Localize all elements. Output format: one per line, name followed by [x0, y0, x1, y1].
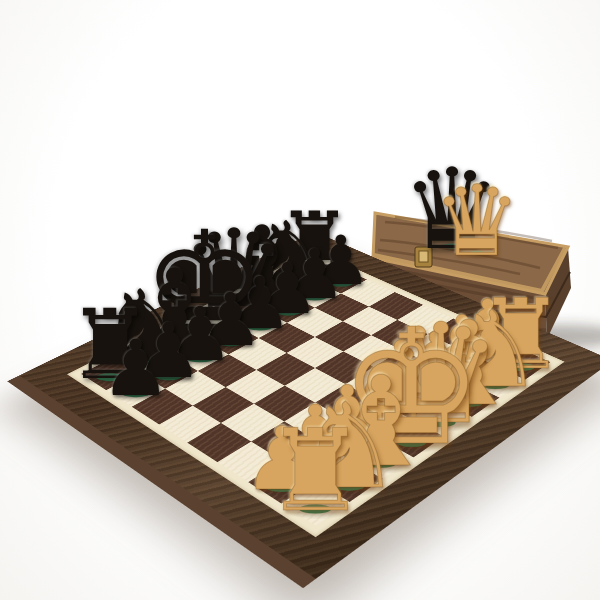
- black-pawn-piece[interactable]: ♟: [101, 330, 171, 408]
- white-rook-piece[interactable]: ♜: [265, 415, 367, 529]
- spare-white-queen-piece[interactable]: ♛: [433, 172, 521, 270]
- chess-set-photo: ♛♛♜♟♞♟♝♟♛♟♚♟♝♟♟♞♜♟♟♜♞♟♟♝♟♛♟♚♟♝♟♞♟♜: [0, 0, 600, 600]
- pieces-layer: ♛♛♜♟♞♟♝♟♛♟♚♟♝♟♟♞♜♟♟♜♞♟♟♝♟♛♟♚♟♝♟♞♟♜: [0, 0, 600, 600]
